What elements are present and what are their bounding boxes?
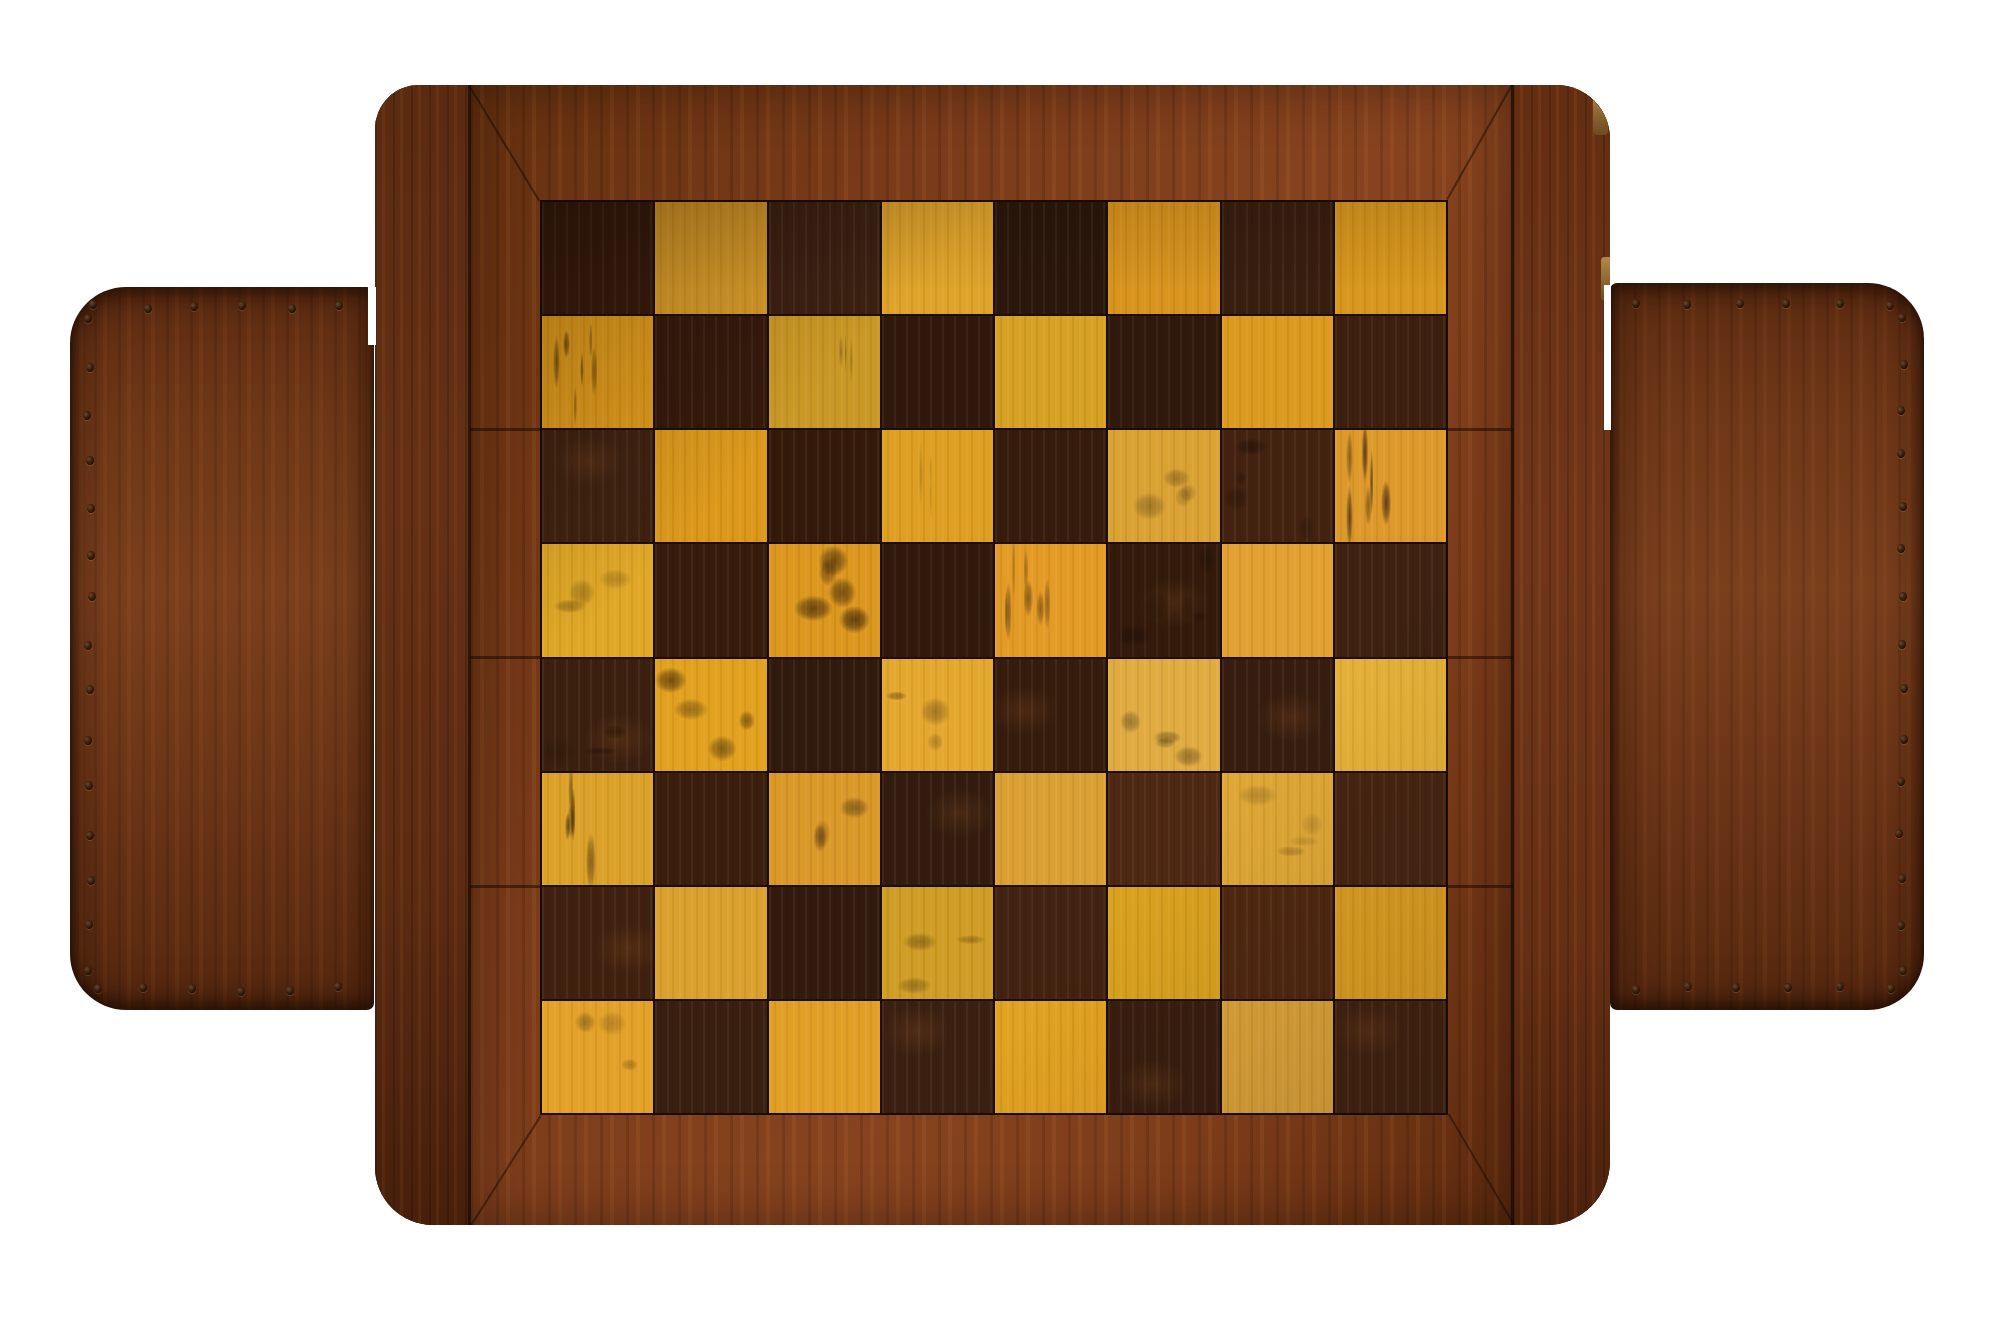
nail-head bbox=[1782, 299, 1790, 308]
square-g3[interactable] bbox=[1222, 773, 1333, 885]
nail-head bbox=[84, 966, 92, 975]
square-d4[interactable] bbox=[882, 659, 993, 771]
square-c6[interactable] bbox=[769, 430, 880, 542]
nail-head bbox=[88, 592, 96, 601]
nail-head bbox=[1900, 684, 1908, 693]
nail-head bbox=[139, 983, 147, 992]
nail-head bbox=[188, 984, 196, 993]
mitre-seam-top-right bbox=[1446, 85, 1513, 200]
nail-head bbox=[1897, 406, 1905, 415]
square-e3[interactable] bbox=[995, 773, 1106, 885]
square-g1[interactable] bbox=[1222, 1001, 1333, 1113]
nail-head bbox=[237, 987, 245, 996]
left-drop-leaf bbox=[70, 287, 374, 1010]
square-d6[interactable] bbox=[882, 430, 993, 542]
stain-mark bbox=[1222, 773, 1333, 885]
nail-head bbox=[1899, 966, 1907, 975]
stain-mark bbox=[1335, 430, 1446, 542]
right-side-rail bbox=[1513, 85, 1610, 1225]
square-g8[interactable] bbox=[1222, 202, 1333, 314]
square-c7[interactable] bbox=[769, 316, 880, 428]
stain-mark bbox=[542, 316, 653, 428]
nail-head bbox=[335, 301, 343, 310]
nail-head bbox=[1897, 449, 1905, 458]
square-e5[interactable] bbox=[995, 544, 1106, 656]
square-f6[interactable] bbox=[1108, 430, 1219, 542]
nail-head bbox=[1632, 985, 1640, 994]
square-h8[interactable] bbox=[1335, 202, 1446, 314]
stain-mark bbox=[542, 544, 653, 656]
square-a4[interactable] bbox=[542, 659, 653, 771]
brass-hinge-top bbox=[1593, 87, 1608, 135]
square-b6[interactable] bbox=[655, 430, 766, 542]
nail-head bbox=[1784, 983, 1792, 992]
square-a1[interactable] bbox=[542, 1001, 653, 1113]
square-g5[interactable] bbox=[1222, 544, 1333, 656]
nail-head bbox=[1836, 982, 1844, 991]
stain-mark bbox=[882, 430, 993, 542]
nail-head bbox=[1899, 592, 1907, 601]
games-table-photo bbox=[0, 0, 2000, 1323]
nail-head bbox=[87, 551, 95, 560]
square-e8[interactable] bbox=[995, 202, 1106, 314]
square-f7[interactable] bbox=[1108, 316, 1219, 428]
square-c3[interactable] bbox=[769, 773, 880, 885]
square-e1[interactable] bbox=[995, 1001, 1106, 1113]
nail-head bbox=[1897, 544, 1905, 553]
square-a2[interactable] bbox=[542, 887, 653, 999]
square-h1[interactable] bbox=[1335, 1001, 1446, 1113]
square-g6[interactable] bbox=[1222, 430, 1333, 542]
square-g7[interactable] bbox=[1222, 316, 1333, 428]
nail-head bbox=[1900, 735, 1908, 744]
stain-mark bbox=[995, 544, 1106, 656]
square-e2[interactable] bbox=[995, 887, 1106, 999]
nail-head bbox=[86, 685, 94, 694]
nail-head bbox=[1683, 300, 1691, 309]
nail-head bbox=[84, 641, 92, 650]
mitre-seam-bottom-right bbox=[1448, 1114, 1515, 1225]
stain-mark bbox=[882, 659, 993, 771]
mitre-seam-bottom-left bbox=[470, 1115, 542, 1225]
nail-head bbox=[94, 984, 102, 993]
square-b4[interactable] bbox=[655, 659, 766, 771]
stain-mark bbox=[769, 316, 880, 428]
nail-head bbox=[86, 363, 94, 372]
square-f4[interactable] bbox=[1108, 659, 1219, 771]
nail-head bbox=[1886, 301, 1894, 310]
nail-head bbox=[1898, 874, 1906, 883]
square-b3[interactable] bbox=[655, 773, 766, 885]
square-b1[interactable] bbox=[655, 1001, 766, 1113]
stain-mark bbox=[1222, 430, 1333, 542]
nail-head bbox=[87, 504, 95, 513]
square-d1[interactable] bbox=[882, 1001, 993, 1113]
square-g2[interactable] bbox=[1222, 887, 1333, 999]
leaf-gap-right bbox=[1604, 285, 1611, 430]
nail-head bbox=[85, 920, 93, 929]
square-c2[interactable] bbox=[769, 887, 880, 999]
nail-head bbox=[1732, 983, 1740, 992]
nail-head bbox=[84, 314, 92, 323]
square-f8[interactable] bbox=[1108, 202, 1219, 314]
stain-mark bbox=[769, 773, 880, 885]
nail-head bbox=[1900, 360, 1908, 369]
square-b2[interactable] bbox=[655, 887, 766, 999]
nail-head bbox=[1897, 777, 1905, 786]
square-e7[interactable] bbox=[995, 316, 1106, 428]
square-a7[interactable] bbox=[542, 316, 653, 428]
square-g4[interactable] bbox=[1222, 659, 1333, 771]
square-c4[interactable] bbox=[769, 659, 880, 771]
stain-mark bbox=[1108, 544, 1219, 656]
square-a6[interactable] bbox=[542, 430, 653, 542]
nail-head bbox=[1895, 829, 1903, 838]
square-b5[interactable] bbox=[655, 544, 766, 656]
square-h6[interactable] bbox=[1335, 430, 1446, 542]
stain-mark bbox=[542, 659, 653, 771]
stain-mark bbox=[655, 659, 766, 771]
nail-head bbox=[334, 982, 342, 991]
mitre-seam-top-left bbox=[468, 85, 540, 201]
nail-head bbox=[1684, 982, 1692, 991]
square-a5[interactable] bbox=[542, 544, 653, 656]
square-f5[interactable] bbox=[1108, 544, 1219, 656]
square-h4[interactable] bbox=[1335, 659, 1446, 771]
square-e4[interactable] bbox=[995, 659, 1106, 771]
nail-head bbox=[87, 876, 95, 885]
square-c8[interactable] bbox=[769, 202, 880, 314]
nail-head bbox=[1632, 299, 1640, 308]
rail-seam-left bbox=[468, 85, 471, 1225]
stain-mark bbox=[542, 773, 653, 885]
square-e6[interactable] bbox=[995, 430, 1106, 542]
square-d7[interactable] bbox=[882, 316, 993, 428]
square-h5[interactable] bbox=[1335, 544, 1446, 656]
square-a8[interactable] bbox=[542, 202, 653, 314]
table-top bbox=[375, 85, 1610, 1225]
square-d8[interactable] bbox=[882, 202, 993, 314]
nail-head bbox=[1887, 984, 1895, 993]
square-h7[interactable] bbox=[1335, 316, 1446, 428]
stain-mark bbox=[542, 1001, 653, 1113]
nail-head bbox=[288, 304, 296, 313]
checkerboard bbox=[540, 200, 1448, 1115]
square-a3[interactable] bbox=[542, 773, 653, 885]
stain-mark bbox=[1108, 659, 1219, 771]
nail-head bbox=[1736, 299, 1744, 308]
square-f2[interactable] bbox=[1108, 887, 1219, 999]
nail-head bbox=[238, 301, 246, 310]
square-c5[interactable] bbox=[769, 544, 880, 656]
nail-head bbox=[144, 304, 152, 313]
stain-mark bbox=[1108, 430, 1219, 542]
square-b8[interactable] bbox=[655, 202, 766, 314]
square-c1[interactable] bbox=[769, 1001, 880, 1113]
square-d3[interactable] bbox=[882, 773, 993, 885]
nail-head bbox=[84, 736, 92, 745]
nail-head bbox=[1898, 313, 1906, 322]
left-side-rail bbox=[375, 85, 470, 1225]
right-drop-leaf bbox=[1610, 283, 1924, 1010]
nail-head bbox=[1898, 640, 1906, 649]
nail-head bbox=[89, 300, 97, 309]
nail-head bbox=[86, 456, 94, 465]
stain-mark bbox=[882, 887, 993, 999]
leaf-gap-left bbox=[368, 287, 376, 345]
nail-head bbox=[83, 411, 91, 420]
nail-head bbox=[286, 986, 294, 995]
square-f3[interactable] bbox=[1108, 773, 1219, 885]
square-h2[interactable] bbox=[1335, 887, 1446, 999]
nail-head bbox=[1899, 502, 1907, 511]
nail-head bbox=[1836, 299, 1844, 308]
nail-head bbox=[190, 302, 198, 311]
square-f1[interactable] bbox=[1108, 1001, 1219, 1113]
nail-head bbox=[85, 781, 93, 790]
square-h3[interactable] bbox=[1335, 773, 1446, 885]
nail-head bbox=[1897, 921, 1905, 930]
rail-seam-right bbox=[1511, 85, 1514, 1225]
stain-mark bbox=[769, 544, 880, 656]
square-d5[interactable] bbox=[882, 544, 993, 656]
square-b7[interactable] bbox=[655, 316, 766, 428]
square-d2[interactable] bbox=[882, 887, 993, 999]
nail-head bbox=[86, 831, 94, 840]
